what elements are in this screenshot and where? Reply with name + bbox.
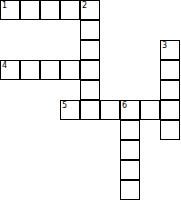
crossword-cell[interactable] bbox=[160, 120, 180, 140]
crossword-cell[interactable] bbox=[80, 40, 100, 60]
crossword-cell[interactable] bbox=[120, 120, 140, 140]
crossword-cell[interactable] bbox=[80, 60, 100, 80]
crossword-cell[interactable] bbox=[60, 60, 80, 80]
clue-number: 5 bbox=[62, 101, 67, 110]
crossword-cell[interactable] bbox=[120, 140, 140, 160]
crossword-cell[interactable]: 6 bbox=[120, 100, 140, 120]
clue-number: 3 bbox=[162, 41, 167, 50]
crossword-cell[interactable] bbox=[80, 80, 100, 100]
crossword-cell[interactable]: 3 bbox=[160, 40, 180, 60]
clue-number: 6 bbox=[122, 101, 127, 110]
crossword-cell[interactable]: 1 bbox=[0, 0, 20, 20]
crossword-cell[interactable]: 4 bbox=[0, 60, 20, 80]
crossword-cell[interactable] bbox=[100, 100, 120, 120]
crossword-cell[interactable]: 5 bbox=[60, 100, 80, 120]
clue-number: 4 bbox=[2, 61, 7, 70]
crossword-cell[interactable] bbox=[40, 60, 60, 80]
clue-number: 1 bbox=[2, 1, 7, 10]
crossword-cell[interactable] bbox=[140, 100, 160, 120]
crossword-cell[interactable] bbox=[60, 0, 80, 20]
crossword-cell[interactable]: 2 bbox=[80, 0, 100, 20]
crossword-grid: 123456 bbox=[0, 0, 180, 200]
crossword-cell[interactable] bbox=[160, 60, 180, 80]
crossword-cell[interactable] bbox=[160, 100, 180, 120]
crossword-cell[interactable] bbox=[120, 180, 140, 200]
crossword-cell[interactable] bbox=[160, 80, 180, 100]
crossword-cell[interactable] bbox=[80, 20, 100, 40]
crossword-cell[interactable] bbox=[120, 160, 140, 180]
crossword-cell[interactable] bbox=[80, 100, 100, 120]
crossword-cell[interactable] bbox=[40, 0, 60, 20]
crossword-cell[interactable] bbox=[20, 0, 40, 20]
clue-number: 2 bbox=[82, 1, 87, 10]
crossword-cell[interactable] bbox=[20, 60, 40, 80]
